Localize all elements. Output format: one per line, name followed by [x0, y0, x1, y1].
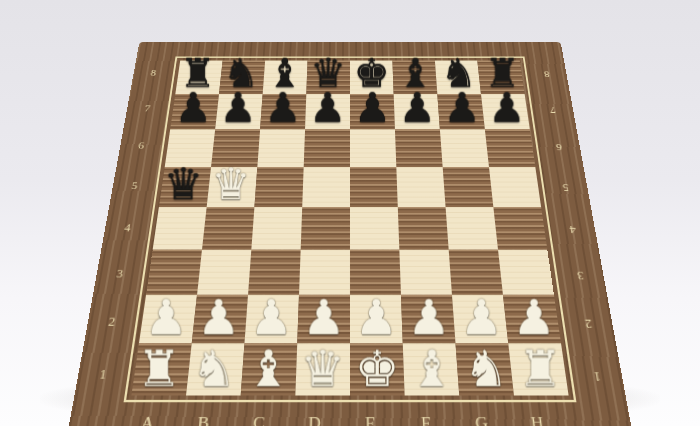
piece-white-pawn-c2: ♟ — [245, 291, 298, 344]
file-label-c: C — [231, 412, 288, 426]
square-h4 — [493, 206, 547, 249]
rank-label-left-7: 7 — [124, 90, 171, 126]
rank-label-left-6: 6 — [117, 127, 165, 166]
rank-label-left-4: 4 — [101, 206, 153, 250]
square-g7: ♟ — [437, 93, 485, 128]
rank-label-right-5: 5 — [541, 165, 591, 206]
piece-white-pawn-h2: ♟ — [508, 291, 561, 344]
square-d2: ♟ — [297, 294, 350, 343]
chess-board: 87654321 87654321 ABCDEFGH ♜♞♝♛♚♝♞♜♟♟♟♟♟… — [66, 41, 635, 426]
file-label-f: F — [398, 412, 455, 426]
piece-black-pawn-d7: ♟ — [305, 85, 350, 130]
piece-white-knight-g1: ♞ — [459, 341, 513, 395]
rank-label-right-8: 8 — [524, 56, 569, 90]
square-d1: ♛ — [295, 343, 350, 395]
piece-black-pawn-a7: ♟ — [171, 85, 216, 130]
square-e5 — [350, 166, 398, 206]
square-g4 — [446, 206, 498, 249]
square-f1: ♝ — [403, 343, 460, 395]
piece-white-pawn-b2: ♟ — [192, 291, 245, 344]
square-e2: ♟ — [350, 294, 403, 343]
square-c6 — [257, 129, 305, 167]
square-b2: ♟ — [192, 294, 248, 343]
rank-label-left-8: 8 — [130, 56, 175, 90]
square-e3 — [350, 249, 401, 294]
square-e1: ♚ — [350, 343, 405, 395]
file-label-b: B — [175, 412, 233, 426]
file-labels-bottom: ABCDEFGH — [117, 402, 583, 426]
piece-white-king-e1: ♚ — [350, 341, 404, 395]
square-b4 — [202, 206, 254, 249]
square-d4 — [301, 206, 350, 249]
square-b3 — [197, 249, 251, 294]
piece-white-bishop-f1: ♝ — [404, 341, 458, 395]
square-c4 — [251, 206, 302, 249]
piece-white-queen-b5: ♛ — [207, 160, 255, 208]
piece-black-queen-a5: ♛ — [160, 160, 208, 208]
rank-label-left-5: 5 — [109, 165, 159, 206]
square-c2: ♟ — [244, 294, 299, 343]
square-h3 — [498, 249, 554, 294]
square-g3 — [449, 249, 503, 294]
square-c3 — [248, 249, 301, 294]
piece-black-pawn-g7: ♟ — [440, 85, 485, 130]
square-g6 — [440, 129, 489, 167]
rank-label-right-6: 6 — [535, 127, 583, 166]
rank-label-left-3: 3 — [92, 250, 146, 297]
scene-perspective: 87654321 87654321 ABCDEFGH ♜♞♝♛♚♝♞♜♟♟♟♟♟… — [108, 0, 592, 426]
piece-white-bishop-c1: ♝ — [241, 341, 295, 395]
square-f2: ♟ — [401, 294, 456, 343]
square-e7: ♟ — [350, 93, 395, 128]
rank-label-right-2: 2 — [561, 297, 617, 347]
piece-white-queen-d1: ♛ — [296, 341, 350, 395]
square-g2: ♟ — [452, 294, 508, 343]
file-label-g: G — [454, 412, 511, 426]
square-c7: ♟ — [260, 93, 306, 128]
square-e6 — [350, 129, 396, 167]
board-tilt: 87654321 87654321 ABCDEFGH ♜♞♝♛♚♝♞♜♟♟♟♟♟… — [66, 41, 635, 426]
piece-white-rook-a1: ♜ — [132, 341, 186, 395]
square-h5 — [489, 166, 541, 206]
square-c5 — [254, 166, 303, 206]
square-a3 — [146, 249, 202, 294]
square-d3 — [299, 249, 350, 294]
square-a7: ♟ — [170, 93, 219, 128]
square-d6 — [304, 129, 350, 167]
rank-label-right-3: 3 — [554, 250, 608, 297]
squares-grid: ♜♞♝♛♚♝♞♜♟♟♟♟♟♟♟♟♛♛♟♟♟♟♟♟♟♟♜♞♝♛♚♝♞♜ — [131, 60, 568, 395]
rank-label-left-1: 1 — [73, 348, 131, 402]
piece-white-pawn-d2: ♟ — [297, 291, 350, 344]
file-label-h: H — [509, 412, 567, 426]
piece-white-pawn-e2: ♟ — [350, 291, 403, 344]
square-f4 — [398, 206, 449, 249]
square-f6 — [395, 129, 443, 167]
rank-label-right-1: 1 — [568, 348, 626, 402]
square-c1: ♝ — [241, 343, 298, 395]
piece-white-rook-h1: ♜ — [513, 341, 567, 395]
square-b1: ♞ — [186, 343, 244, 395]
square-a5: ♛ — [159, 166, 211, 206]
file-label-a: A — [119, 412, 177, 426]
square-h7: ♟ — [481, 93, 530, 128]
piece-black-pawn-h7: ♟ — [484, 85, 529, 130]
square-h2: ♟ — [503, 294, 561, 343]
piece-black-pawn-e7: ♟ — [350, 85, 395, 130]
square-g1: ♞ — [456, 343, 514, 395]
square-d7: ♟ — [305, 93, 350, 128]
square-e4 — [350, 206, 399, 249]
square-h6 — [485, 129, 535, 167]
square-g5 — [443, 166, 494, 206]
rank-label-right-7: 7 — [530, 90, 577, 126]
square-a2: ♟ — [139, 294, 197, 343]
piece-black-pawn-f7: ♟ — [395, 85, 440, 130]
file-label-d: D — [287, 412, 343, 426]
square-d5 — [302, 166, 350, 206]
piece-white-knight-b1: ♞ — [187, 341, 241, 395]
square-a4 — [153, 206, 207, 249]
square-f7: ♟ — [394, 93, 440, 128]
square-f5 — [396, 166, 445, 206]
piece-white-pawn-f2: ♟ — [403, 291, 456, 344]
square-h1: ♜ — [508, 343, 568, 395]
piece-white-pawn-g2: ♟ — [455, 291, 508, 344]
piece-white-pawn-a2: ♟ — [140, 291, 193, 344]
square-a1: ♜ — [131, 343, 191, 395]
maple-inlay-frame: ♜♞♝♛♚♝♞♜♟♟♟♟♟♟♟♟♛♛♟♟♟♟♟♟♟♟♜♞♝♛♚♝♞♜ — [124, 56, 577, 402]
file-label-e: E — [343, 412, 399, 426]
piece-black-pawn-c7: ♟ — [260, 85, 305, 130]
photo-backdrop: 87654321 87654321 ABCDEFGH ♜♞♝♛♚♝♞♜♟♟♟♟♟… — [0, 0, 700, 426]
piece-black-pawn-b7: ♟ — [216, 85, 261, 130]
rank-label-left-2: 2 — [83, 297, 139, 347]
square-b7: ♟ — [215, 93, 263, 128]
square-f3 — [399, 249, 452, 294]
rank-label-right-4: 4 — [547, 206, 599, 250]
square-b5: ♛ — [207, 166, 258, 206]
